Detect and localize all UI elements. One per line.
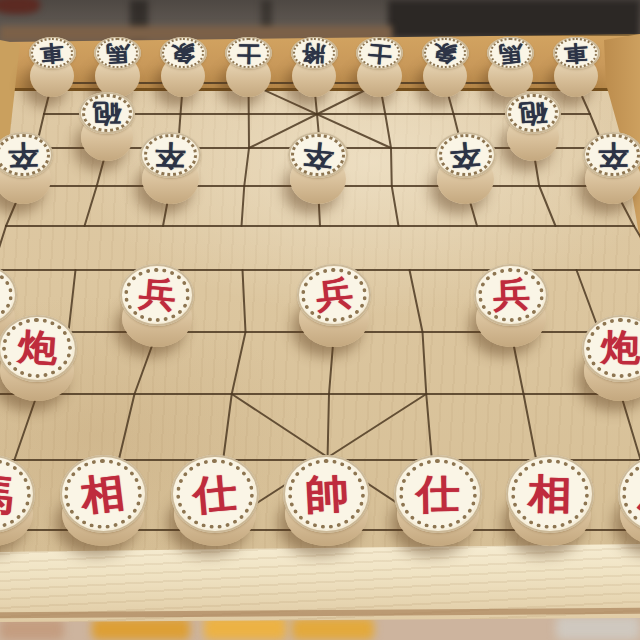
piece-face: 仕 xyxy=(171,455,259,534)
piece-ring: 馬 xyxy=(490,38,532,67)
piece-black-elephant-r0c3[interactable]: 象 xyxy=(160,37,207,97)
piece-face: 兵 xyxy=(120,264,194,326)
piece-ring: 車 xyxy=(555,38,597,67)
piece-face: 卒 xyxy=(288,132,349,178)
piece-ring: 象 xyxy=(424,38,466,67)
piece-ring: 仕 xyxy=(176,459,254,529)
piece-ring: 象 xyxy=(162,38,204,67)
piece-ring: 士 xyxy=(359,38,401,67)
piece-black-chariot-r0c9[interactable]: 車 xyxy=(553,37,600,97)
piece-glyph: 卒 xyxy=(7,140,38,169)
piece-red-cannon-r7c8[interactable]: 炮 xyxy=(582,315,640,401)
piece-red-advisor-r9c6[interactable]: 仕 xyxy=(394,455,482,547)
piece-glyph: 卒 xyxy=(302,140,335,171)
piece-black-soldier-r3c3[interactable]: 卒 xyxy=(140,132,201,205)
piece-ring: 帥 xyxy=(288,459,366,529)
piece-ring: 車 xyxy=(31,38,73,67)
piece-face: 炮 xyxy=(0,315,77,382)
piece-face: 車 xyxy=(29,37,76,70)
piece-face: 馬 xyxy=(94,37,141,70)
piece-red-soldier-r6c3[interactable]: 兵 xyxy=(120,264,194,347)
piece-red-general-r9c5[interactable]: 帥 xyxy=(283,455,371,547)
piece-black-cannon-r2c8[interactable]: 砲 xyxy=(505,92,561,161)
piece-face: 象 xyxy=(160,37,207,70)
piece-face: 將 xyxy=(291,37,338,70)
piece-black-soldier-r3c7[interactable]: 卒 xyxy=(435,132,496,205)
piece-glyph: 炮 xyxy=(16,329,58,368)
piece-red-elephant-r9c3[interactable]: 相 xyxy=(60,455,148,547)
piece-ring: 兵 xyxy=(124,268,190,323)
piece-glyph: 卒 xyxy=(449,140,482,170)
piece-glyph: 兵 xyxy=(492,277,530,312)
piece-ring: 卒 xyxy=(586,134,640,175)
piece-glyph: 將 xyxy=(302,42,327,65)
piece-face: 馬 xyxy=(487,37,534,70)
piece-black-cannon-r2c2[interactable]: 砲 xyxy=(79,92,135,161)
piece-face: 兵 xyxy=(474,264,548,326)
piece-face: 相 xyxy=(506,455,594,534)
piece-glyph: 馬 xyxy=(105,42,130,65)
piece-face: 仕 xyxy=(394,455,482,534)
piece-face: 兵 xyxy=(297,264,371,326)
piece-red-horse-r9c8[interactable]: 馬 xyxy=(618,455,640,547)
piece-glyph: 象 xyxy=(432,41,458,65)
piece-face: 卒 xyxy=(435,132,496,178)
piece-black-horse-r0c2[interactable]: 馬 xyxy=(94,37,141,97)
piece-ring: 將 xyxy=(293,38,335,67)
piece-ring: 砲 xyxy=(82,94,132,131)
piece-glyph: 相 xyxy=(79,471,127,516)
piece-ring: 馬 xyxy=(97,38,139,67)
piece-glyph: 卒 xyxy=(155,140,186,169)
piece-face: 卒 xyxy=(583,132,640,178)
piece-ring: 相 xyxy=(511,459,589,529)
piece-red-horse-r9c2[interactable]: 馬 xyxy=(0,455,35,547)
piece-face: 砲 xyxy=(505,92,561,134)
piece-glyph: 象 xyxy=(171,42,195,64)
xiangqi-photo-scene: 車馬象士將士象馬車砲砲卒卒卒卒卒兵兵兵兵兵炮炮車馬相仕帥仕相馬車 xyxy=(0,0,640,640)
piece-black-soldier-r3c1[interactable]: 卒 xyxy=(0,132,53,205)
piece-ring: 卒 xyxy=(439,134,493,175)
piece-ring: 卒 xyxy=(0,134,50,175)
piece-black-soldier-r3c9[interactable]: 卒 xyxy=(583,132,640,205)
piece-face: 士 xyxy=(356,37,403,70)
piece-black-soldier-r3c5[interactable]: 卒 xyxy=(288,132,349,205)
piece-glyph: 帥 xyxy=(304,473,350,516)
piece-red-cannon-r7c2[interactable]: 炮 xyxy=(0,315,77,401)
piece-glyph: 砲 xyxy=(518,99,548,127)
piece-glyph: 士 xyxy=(237,42,261,64)
piece-glyph: 車 xyxy=(564,41,589,64)
piece-glyph: 相 xyxy=(527,473,571,514)
piece-ring: 相 xyxy=(64,459,142,529)
piece-face: 車 xyxy=(553,37,600,70)
piece-face: 象 xyxy=(422,37,469,70)
piece-glyph: 仕 xyxy=(191,472,238,516)
piece-glyph: 卒 xyxy=(598,141,629,169)
piece-glyph: 兵 xyxy=(137,276,177,313)
piece-ring: 士 xyxy=(228,38,270,67)
piece-glyph: 砲 xyxy=(93,100,121,126)
piece-glyph: 馬 xyxy=(0,472,16,517)
piece-ring: 炮 xyxy=(586,318,640,378)
piece-black-advisor-r0c6[interactable]: 士 xyxy=(356,37,403,97)
piece-black-chariot-r0c1[interactable]: 車 xyxy=(29,37,76,97)
piece-ring: 砲 xyxy=(508,94,558,131)
piece-ring: 卒 xyxy=(291,134,345,175)
piece-ring: 仕 xyxy=(399,459,477,529)
piece-glyph: 炮 xyxy=(601,330,640,367)
piece-black-elephant-r0c7[interactable]: 象 xyxy=(422,37,469,97)
piece-black-advisor-r0c4[interactable]: 士 xyxy=(225,37,272,97)
piece-ring: 炮 xyxy=(2,318,72,378)
piece-red-advisor-r9c4[interactable]: 仕 xyxy=(171,455,259,547)
piece-face: 帥 xyxy=(283,455,371,534)
piece-red-soldier-r6c7[interactable]: 兵 xyxy=(474,264,548,347)
piece-face: 砲 xyxy=(79,92,135,134)
piece-glyph: 仕 xyxy=(416,473,460,514)
piece-red-soldier-r6c5[interactable]: 兵 xyxy=(297,264,371,347)
piece-glyph: 車 xyxy=(39,41,64,65)
piece-glyph: 士 xyxy=(367,41,392,65)
piece-red-elephant-r9c7[interactable]: 相 xyxy=(506,455,594,547)
piece-black-horse-r0c8[interactable]: 馬 xyxy=(487,37,534,97)
piece-ring: 兵 xyxy=(301,268,367,323)
piece-face: 士 xyxy=(225,37,272,70)
piece-face: 相 xyxy=(60,455,148,534)
piece-ring: 兵 xyxy=(478,268,544,323)
piece-glyph: 馬 xyxy=(498,41,524,65)
piece-black-general-r0c5[interactable]: 將 xyxy=(291,37,338,97)
piece-glyph: 兵 xyxy=(314,276,354,314)
pieces-layer: 車馬象士將士象馬車砲砲卒卒卒卒卒兵兵兵兵兵炮炮車馬相仕帥仕相馬車 xyxy=(0,0,640,640)
piece-face: 卒 xyxy=(140,132,201,178)
piece-ring: 卒 xyxy=(144,134,198,175)
